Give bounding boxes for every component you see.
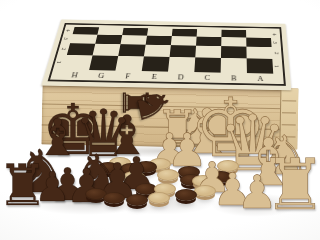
file-label-g: G	[87, 70, 116, 81]
file-label-f: F	[113, 71, 141, 82]
square-b3	[221, 37, 246, 47]
file-label-c: C	[194, 72, 221, 83]
square-e1	[142, 56, 170, 71]
board-face: 4321 4321 HGFEDCBA	[41, 19, 291, 90]
square-e3	[146, 36, 172, 46]
square-c3	[196, 37, 221, 47]
checker-dark	[126, 194, 148, 206]
rank-label-3: 3	[60, 35, 73, 43]
checker-light	[123, 171, 145, 183]
square-h3	[70, 34, 97, 44]
square-f1	[115, 56, 143, 71]
rank-label-1: 1	[50, 58, 70, 66]
square-g2	[93, 44, 121, 56]
checker-light	[157, 169, 179, 181]
rank-labels-right: 4321	[271, 31, 283, 74]
rank-label-1: 1	[269, 62, 287, 71]
checker-dark	[175, 189, 197, 201]
rank-label-3: 3	[270, 39, 282, 47]
file-label-a: A	[247, 73, 274, 84]
square-e2	[144, 45, 171, 57]
plank-seam	[42, 125, 298, 131]
plank-seam	[42, 104, 298, 110]
checker-light	[148, 192, 170, 204]
square-c1	[194, 57, 221, 72]
checker-dark	[103, 192, 125, 204]
board-frame-line: 4321 4321 HGFEDCBA	[48, 23, 286, 86]
square-g1	[89, 55, 118, 70]
square-g3	[95, 35, 122, 45]
box-endcap-joint	[279, 88, 298, 149]
board-squares	[63, 27, 273, 74]
square-a3	[246, 38, 271, 48]
file-label-d: D	[167, 72, 194, 83]
square-d3	[171, 36, 197, 46]
scene: 4321 4321 HGFEDCBA ♜♞♟♝♚♟♟♛♞♟♝♜♞♟♜♞♟♟♝♚♛…	[0, 0, 320, 240]
rank-label-2: 2	[56, 45, 72, 53]
rank-label-2: 2	[269, 49, 284, 57]
square-b1	[221, 58, 247, 73]
box-front-panel	[41, 84, 298, 150]
chess-box: 4321 4321 HGFEDCBA	[0, 0, 320, 240]
square-b2	[221, 46, 247, 58]
square-d1	[168, 57, 195, 72]
file-label-b: B	[220, 73, 247, 84]
square-f3	[120, 35, 147, 45]
square-c2	[195, 46, 221, 58]
checker-dark	[97, 162, 119, 174]
square-f2	[118, 44, 145, 56]
file-label-e: E	[140, 71, 168, 82]
chess-board: 4321 4321 HGFEDCBA	[41, 14, 299, 91]
file-label-h: H	[60, 70, 89, 81]
checker-light	[194, 185, 216, 197]
rank-label-4: 4	[271, 31, 281, 39]
square-d2	[170, 45, 196, 57]
